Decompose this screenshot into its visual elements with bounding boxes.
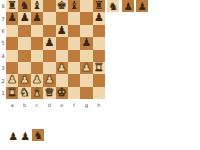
white-b-piece-icon: ♝ [32,87,42,99]
square-c7[interactable]: ♟ [31,12,43,24]
square-e2[interactable] [56,74,68,86]
square-d6[interactable] [43,25,55,37]
square-b1[interactable]: ♞ [18,87,30,99]
square-h5[interactable] [93,37,105,49]
square-f1[interactable] [68,87,80,99]
square-d3[interactable] [43,62,55,74]
captured-knight-tile[interactable]: ♞ [32,129,44,141]
black-p-piece-icon: ♟ [32,12,42,24]
square-c6[interactable] [31,25,43,37]
file-label-f: f [68,102,80,111]
square-c1[interactable]: ♝ [31,87,43,99]
white-q-piece-icon: ♛ [44,87,54,99]
black-n-piece-icon: ♞ [108,0,117,12]
square-h3[interactable]: ♜ [93,62,105,74]
file-label-e: e [56,102,68,111]
black-n-piece-icon: ♞ [20,0,30,12]
square-g7[interactable] [80,12,92,24]
square-f8[interactable]: ♝ [68,0,80,12]
square-d7[interactable] [43,12,55,24]
black-p-piece-icon: ♟ [123,0,132,12]
square-e5[interactable] [56,37,68,49]
black-k-piece-icon: ♚ [57,0,67,12]
square-d5[interactable]: ♟ [43,37,55,49]
white-r-piece-icon: ♜ [94,62,104,74]
black-p-piece-icon: ♟ [20,130,29,142]
square-b3[interactable] [18,62,30,74]
square-g1[interactable] [80,87,92,99]
square-f7[interactable] [68,12,80,24]
square-e6[interactable]: ♟ [56,25,68,37]
square-d2[interactable]: ♟ [43,74,55,86]
chess-app-canvas: 87654321 ♜♞♝♚♝♜♟♟♟♟♟♟♟♟♟♜♟♟♟♟♜♞♝♛♚ abcde… [0,0,200,150]
square-c2[interactable]: ♟ [31,74,43,86]
square-e8[interactable]: ♚ [56,0,68,12]
square-h1[interactable] [93,87,105,99]
square-a7[interactable]: ♟ [6,12,18,24]
white-p-piece-icon: ♟ [44,74,54,86]
file-label-a: a [6,102,18,111]
square-a5[interactable] [6,37,18,49]
file-labels: abcdefgh [6,102,105,111]
chess-board[interactable]: ♜♞♝♚♝♜♟♟♟♟♟♟♟♟♟♜♟♟♟♟♜♞♝♛♚ [6,0,105,99]
square-g2[interactable] [80,74,92,86]
square-b7[interactable]: ♟ [18,12,30,24]
square-d8[interactable] [43,0,55,12]
square-h4[interactable] [93,50,105,62]
square-f3[interactable] [68,62,80,74]
square-g4[interactable] [80,50,92,62]
black-p-piece-icon: ♟ [137,0,146,12]
black-r-piece-icon: ♜ [94,0,104,12]
square-h6[interactable] [93,25,105,37]
black-p-piece-icon: ♟ [57,25,67,37]
square-h7[interactable]: ♟ [93,12,105,24]
square-h8[interactable]: ♜ [93,0,105,12]
square-b8[interactable]: ♞ [18,0,30,12]
black-p-piece-icon: ♟ [44,37,54,49]
square-c3[interactable] [31,62,43,74]
square-g5[interactable]: ♟ [80,37,92,49]
black-b-piece-icon: ♝ [32,0,42,12]
square-e3[interactable]: ♟ [56,62,68,74]
square-h2[interactable] [93,74,105,86]
black-p-piece-icon: ♟ [82,37,92,49]
black-p-piece-icon: ♟ [20,12,30,24]
square-a6[interactable] [6,25,18,37]
square-a4[interactable] [6,50,18,62]
square-b6[interactable] [18,25,30,37]
square-e1[interactable]: ♚ [56,87,68,99]
file-label-b: b [18,102,30,111]
square-d4[interactable] [43,50,55,62]
white-p-piece-icon: ♟ [32,74,42,86]
white-p-piece-icon: ♟ [7,74,17,86]
captured-pawn-2[interactable]: ♟ [19,130,31,142]
file-label-g: g [80,102,92,111]
square-c5[interactable] [31,37,43,49]
black-p-piece-icon: ♟ [7,12,17,24]
square-g3[interactable]: ♟ [80,62,92,74]
white-k-piece-icon: ♚ [57,87,67,99]
square-c8[interactable]: ♝ [31,0,43,12]
square-f6[interactable] [68,25,80,37]
square-a2[interactable]: ♟ [6,74,18,86]
white-p-piece-icon: ♟ [82,62,92,74]
white-p-piece-icon: ♟ [57,62,67,74]
white-p-piece-icon: ♟ [20,74,30,86]
square-f5[interactable] [68,37,80,49]
square-a8[interactable]: ♜ [6,0,18,12]
loose-knight-tile[interactable]: ♞ [107,0,119,12]
square-g6[interactable] [80,25,92,37]
black-p-piece-icon: ♟ [8,130,17,142]
black-b-piece-icon: ♝ [69,0,79,12]
square-a3[interactable] [6,62,18,74]
square-g8[interactable] [80,0,92,12]
captured-pawn-1[interactable]: ♟ [7,130,19,142]
square-d1[interactable]: ♛ [43,87,55,99]
square-f2[interactable] [68,74,80,86]
file-label-c: c [31,102,43,111]
square-e7[interactable] [56,12,68,24]
square-b5[interactable] [18,37,30,49]
square-f4[interactable] [68,50,80,62]
square-a1[interactable]: ♜ [6,87,18,99]
white-n-piece-icon: ♞ [20,87,30,99]
square-b4[interactable] [18,50,30,62]
loose-pawn-tile-2[interactable]: ♟ [136,0,148,12]
black-r-piece-icon: ♜ [7,0,17,12]
square-e4[interactable] [56,50,68,62]
square-b2[interactable]: ♟ [18,74,30,86]
file-label-h: h [93,102,105,111]
loose-pawn-tile-1[interactable]: ♟ [122,0,134,12]
black-p-piece-icon: ♟ [94,12,104,24]
square-c4[interactable] [31,50,43,62]
file-label-d: d [43,102,55,111]
white-r-piece-icon: ♜ [7,87,17,99]
black-n-piece-icon: ♞ [33,129,42,141]
